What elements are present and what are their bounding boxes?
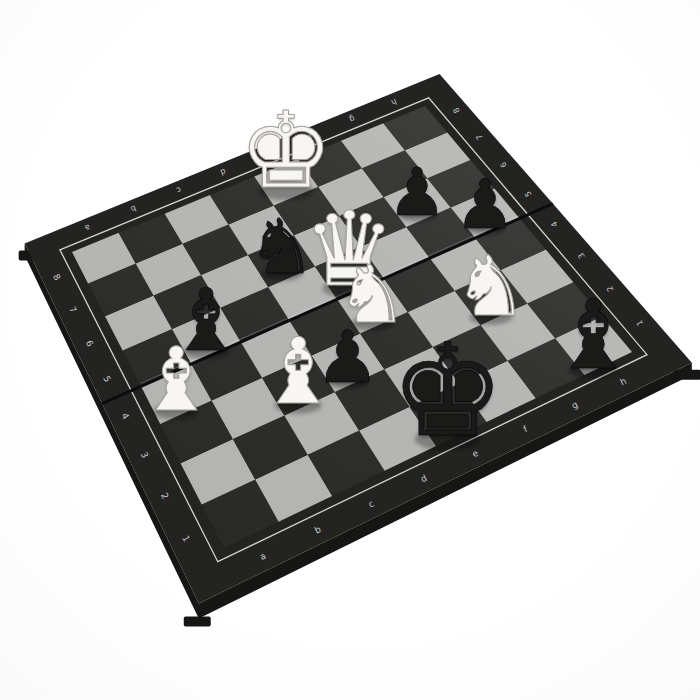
piece-white-king-e8: ♚ (239, 99, 333, 204)
piece-white-bishop-c3: ♝ (257, 326, 339, 417)
board-foot-tab (184, 617, 211, 627)
piece-black-pawn-h5: ♟ (454, 171, 515, 239)
piece-black-bishop-h1: ♝ (550, 287, 636, 383)
product-photo: aabbccddeeffgghh1122334455667788 ♚♛♝♝♞♞♚… (0, 0, 700, 700)
piece-black-king-e1: ♚ (390, 327, 505, 455)
board-foot-tab (674, 370, 700, 380)
piece-white-bishop-a4: ♝ (137, 335, 216, 423)
piece-black-pawn-g6: ♟ (387, 160, 446, 226)
